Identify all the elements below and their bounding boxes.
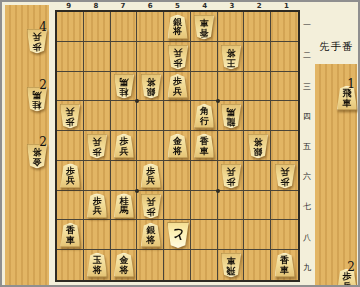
shogi-piece-sente[interactable]: 歩兵 — [140, 163, 161, 188]
board-cell[interactable] — [57, 131, 84, 161]
board-cell[interactable] — [111, 12, 138, 42]
board-cell[interactable] — [137, 12, 164, 42]
piece-kanji: 将 — [253, 137, 262, 147]
shogi-piece-gote[interactable]: 歩兵 — [60, 104, 81, 129]
board-cell[interactable] — [84, 72, 111, 102]
board-cell[interactable] — [271, 72, 298, 102]
shogi-piece-sente[interactable]: 歩兵 — [87, 193, 108, 218]
captured-piece-count: 2 — [39, 135, 47, 149]
shogi-piece-sente[interactable]: 角行 — [194, 104, 215, 129]
piece-kanji: 馬 — [119, 77, 128, 87]
piece-kanji: 将 — [119, 265, 128, 275]
captured-piece-row: 歩兵2 — [315, 252, 357, 282]
board-cell[interactable] — [57, 250, 84, 280]
gote-captured-tray: 歩兵4桂馬2金将2 — [5, 5, 49, 286]
shogi-piece-sente[interactable]: 桂馬 — [113, 193, 134, 218]
board-cell[interactable] — [111, 42, 138, 72]
shogi-piece-gote[interactable]: 香車 — [194, 14, 215, 39]
shogi-piece-gote[interactable]: 龍馬 — [221, 104, 242, 129]
board-cell[interactable] — [191, 191, 218, 221]
board-cell[interactable] — [191, 220, 218, 250]
shogi-app-window: 歩兵4桂馬2金将2 銀将香車歩兵王将桂馬銀将歩兵歩兵角行龍馬歩兵歩兵金将香車銀将… — [0, 0, 360, 287]
shogi-piece-gote[interactable]: 歩兵 — [140, 193, 161, 218]
shogi-piece-sente[interactable]: 歩兵 — [60, 163, 81, 188]
rank-label: 四 — [303, 111, 311, 120]
shogi-piece-gote[interactable]: 歩兵 — [274, 163, 295, 188]
board-cell[interactable] — [244, 220, 271, 250]
shogi-piece-sente[interactable]: 香車 — [60, 223, 81, 248]
piece-kanji: 銀 — [253, 146, 262, 156]
shogi-piece-gote[interactable]: 歩兵 — [87, 134, 108, 159]
board-cell[interactable] — [271, 12, 298, 42]
piece-kanji: 兵 — [280, 166, 289, 176]
board-cell[interactable] — [164, 250, 191, 280]
shogi-piece-sente[interactable]: 銀将 — [140, 223, 161, 248]
shogi-piece-gote[interactable]: 桂馬 — [113, 74, 134, 99]
board-cell[interactable] — [164, 191, 191, 221]
shogi-piece-sente[interactable]: 歩兵 — [113, 134, 134, 159]
turn-indicator-label: 先手番 — [319, 40, 360, 54]
star-point — [216, 189, 220, 193]
piece-kanji: 将 — [173, 146, 182, 156]
board-cell[interactable] — [271, 191, 298, 221]
file-label: 3 — [230, 2, 235, 10]
shogi-piece-sente[interactable]: 金将 — [167, 134, 188, 159]
piece-kanji: 龍 — [227, 116, 236, 126]
piece-kanji: 兵 — [343, 281, 352, 287]
board-cell[interactable] — [271, 131, 298, 161]
board-cell[interactable] — [164, 161, 191, 191]
board-cell[interactable] — [84, 101, 111, 131]
board-cell[interactable] — [84, 220, 111, 250]
rank-label: 五 — [303, 142, 311, 151]
piece-kanji: 兵 — [173, 86, 182, 96]
piece-kanji: 兵 — [66, 176, 75, 186]
board-cell[interactable] — [137, 42, 164, 72]
piece-kanji: 兵 — [173, 47, 182, 57]
piece-kanji: と — [171, 228, 184, 242]
piece-kanji: 歩 — [173, 57, 182, 67]
board-cell[interactable] — [111, 220, 138, 250]
board-cell[interactable] — [244, 72, 271, 102]
board-cell[interactable] — [137, 101, 164, 131]
piece-kanji: 銀 — [146, 86, 155, 96]
piece-kanji: 桂 — [33, 99, 42, 109]
piece-kanji: 歩 — [93, 146, 102, 156]
star-point — [135, 189, 139, 193]
shogi-piece-gote[interactable]: 王将 — [221, 44, 242, 69]
board-cell[interactable] — [218, 191, 245, 221]
piece-kanji: 行 — [200, 116, 209, 126]
file-label: 5 — [175, 2, 180, 10]
piece-kanji: 兵 — [227, 166, 236, 176]
board-cell[interactable] — [218, 72, 245, 102]
file-label: 8 — [93, 2, 98, 10]
board-cell[interactable] — [271, 42, 298, 72]
piece-kanji: 桂 — [119, 86, 128, 96]
board-cell[interactable] — [191, 42, 218, 72]
shogi-piece-gote[interactable]: 銀将 — [140, 74, 161, 99]
board-cell[interactable] — [244, 42, 271, 72]
piece-kanji: 歩 — [33, 41, 42, 51]
captured-piece-row: 歩兵4 — [5, 12, 49, 42]
captured-piece-count: 4 — [39, 20, 47, 34]
piece-kanji: 兵 — [146, 176, 155, 186]
star-point — [216, 99, 220, 103]
piece-kanji: 車 — [200, 146, 209, 156]
file-label: 4 — [202, 2, 207, 10]
shogi-piece-sente[interactable]: 金将 — [113, 253, 134, 278]
piece-kanji: 歩 — [146, 206, 155, 216]
file-label: 6 — [148, 2, 153, 10]
piece-kanji: 車 — [343, 98, 352, 108]
rank-label: 八 — [303, 232, 311, 241]
board-cell[interactable] — [191, 72, 218, 102]
piece-kanji: 歩 — [280, 176, 289, 186]
piece-kanji: 馬 — [119, 206, 128, 216]
file-label: 9 — [66, 2, 71, 10]
file-label: 1 — [284, 2, 289, 10]
rank-label: 二 — [303, 51, 311, 60]
star-point — [135, 99, 139, 103]
piece-kanji: 将 — [93, 265, 102, 275]
board-cell[interactable] — [57, 12, 84, 42]
rank-label: 九 — [303, 262, 311, 271]
board-cell[interactable] — [137, 250, 164, 280]
piece-kanji: 将 — [173, 27, 182, 37]
piece-kanji: 車 — [227, 256, 236, 266]
piece-kanji: 馬 — [227, 107, 236, 117]
board-cell[interactable] — [84, 161, 111, 191]
rank-label: 六 — [303, 172, 311, 181]
piece-kanji: 将 — [146, 235, 155, 245]
shogi-piece-sente[interactable]: 香車 — [274, 253, 295, 278]
board-cell[interactable] — [244, 161, 271, 191]
piece-kanji: 歩 — [227, 176, 236, 186]
piece-kanji: 香 — [200, 27, 209, 37]
board-cell[interactable] — [57, 72, 84, 102]
board-cell[interactable] — [244, 101, 271, 131]
board-cell[interactable] — [111, 101, 138, 131]
board-cell[interactable] — [84, 42, 111, 72]
board-cell[interactable] — [218, 220, 245, 250]
captured-piece-count: 1 — [347, 77, 355, 91]
board-cell[interactable] — [191, 161, 218, 191]
shogi-piece-sente[interactable]: 玉将 — [87, 253, 108, 278]
piece-kanji: 兵 — [66, 107, 75, 117]
piece-kanji: 金 — [33, 156, 42, 166]
board-cell[interactable] — [84, 12, 111, 42]
board-cell[interactable] — [218, 12, 245, 42]
shogi-piece-gote[interactable]: 歩兵 — [167, 44, 188, 69]
board-cell[interactable] — [111, 161, 138, 191]
captured-piece-count: 2 — [347, 260, 355, 274]
shogi-piece-sente[interactable]: 歩兵 — [167, 74, 188, 99]
piece-kanji: 兵 — [93, 137, 102, 147]
board-cell[interactable] — [137, 131, 164, 161]
piece-kanji: 兵 — [119, 146, 128, 156]
captured-piece-row: 飛車1 — [315, 69, 357, 99]
board-cell[interactable] — [244, 250, 271, 280]
piece-kanji: 車 — [66, 235, 75, 245]
file-label: 2 — [257, 2, 262, 10]
captured-piece-row: 金将2 — [5, 127, 49, 157]
shogi-board: 銀将香車歩兵王将桂馬銀将歩兵歩兵角行龍馬歩兵歩兵金将香車銀将歩兵歩兵歩兵歩兵歩兵… — [55, 10, 300, 282]
board-cell[interactable] — [57, 191, 84, 221]
shogi-piece-gote[interactable]: 銀将 — [247, 134, 268, 159]
file-label: 7 — [121, 2, 126, 10]
board-cell[interactable] — [271, 220, 298, 250]
shogi-piece-sente[interactable]: 香車 — [194, 134, 215, 159]
shogi-piece-gote[interactable]: 飛車 — [221, 253, 242, 278]
board-cell[interactable] — [218, 131, 245, 161]
sente-captured-tray: 飛車1歩兵2 — [315, 64, 357, 286]
board-cell[interactable] — [244, 191, 271, 221]
captured-piece-count: 2 — [39, 78, 47, 92]
rank-label: 七 — [303, 202, 311, 211]
piece-kanji: 将 — [146, 77, 155, 87]
board-cell[interactable] — [244, 12, 271, 42]
piece-kanji: 飛 — [227, 265, 236, 275]
piece-kanji: 車 — [200, 17, 209, 27]
piece-kanji: 将 — [227, 47, 236, 57]
shogi-piece-gote[interactable]: と — [167, 222, 189, 248]
shogi-piece-sente[interactable]: 銀将 — [167, 14, 188, 39]
board-cell[interactable] — [164, 101, 191, 131]
piece-kanji: 王 — [227, 57, 236, 67]
board-cell[interactable] — [57, 42, 84, 72]
piece-kanji: 車 — [280, 265, 289, 275]
rank-label: 三 — [303, 81, 311, 90]
piece-kanji: 兵 — [146, 196, 155, 206]
piece-kanji: 歩 — [66, 116, 75, 126]
shogi-piece-gote[interactable]: 歩兵 — [221, 163, 242, 188]
board-cell[interactable] — [191, 250, 218, 280]
piece-kanji: 兵 — [93, 206, 102, 216]
captured-piece-row: 桂馬2 — [5, 70, 49, 100]
board-cell[interactable] — [271, 101, 298, 131]
rank-label: 一 — [303, 21, 311, 30]
